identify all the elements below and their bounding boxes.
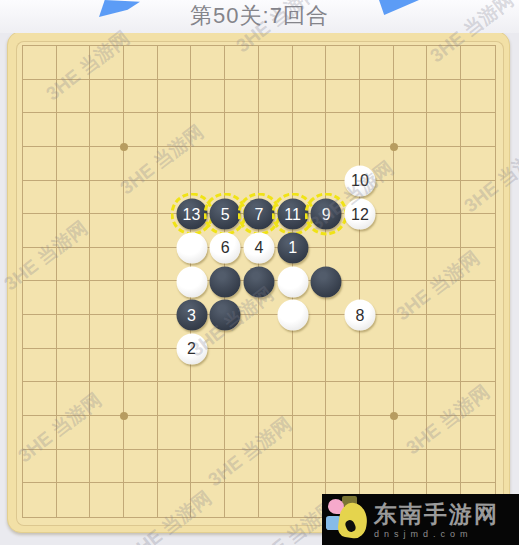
- stone-white: [277, 266, 308, 297]
- board-cell[interactable]: [90, 416, 124, 450]
- board-cell[interactable]: [90, 46, 124, 80]
- stone-black-move-5: 5: [210, 199, 241, 230]
- board-cell[interactable]: [158, 147, 192, 181]
- board-cell[interactable]: [90, 214, 124, 248]
- stone-white: [277, 300, 308, 331]
- board-cell[interactable]: [124, 80, 158, 114]
- board-cell[interactable]: [158, 416, 192, 450]
- board-cell[interactable]: [57, 349, 91, 383]
- board-cell[interactable]: [427, 315, 461, 349]
- board-cell[interactable]: [394, 80, 428, 114]
- board-cell[interactable]: [360, 382, 394, 416]
- board-cell[interactable]: [394, 46, 428, 80]
- board-cell[interactable]: [124, 214, 158, 248]
- board-cell[interactable]: [360, 113, 394, 147]
- board-cell[interactable]: [23, 80, 57, 114]
- board-cell[interactable]: [259, 483, 293, 517]
- board-cell[interactable]: [23, 416, 57, 450]
- board-cell[interactable]: [461, 248, 495, 282]
- board-cell[interactable]: [427, 416, 461, 450]
- board-cell[interactable]: [124, 281, 158, 315]
- stone-white-move-4: 4: [243, 232, 274, 263]
- board-cell[interactable]: [191, 450, 225, 484]
- site-url: dnsjmd.com: [374, 529, 499, 539]
- board-cell[interactable]: [394, 248, 428, 282]
- board-cell[interactable]: [124, 113, 158, 147]
- board-cell[interactable]: [225, 113, 259, 147]
- board-cell[interactable]: [90, 382, 124, 416]
- board-cell[interactable]: [461, 382, 495, 416]
- board-cell[interactable]: [124, 46, 158, 80]
- board-cell[interactable]: [427, 450, 461, 484]
- board-cell[interactable]: [225, 147, 259, 181]
- board-cell[interactable]: [360, 349, 394, 383]
- board-cell[interactable]: [259, 113, 293, 147]
- board-cell[interactable]: [23, 450, 57, 484]
- board-cell[interactable]: [326, 450, 360, 484]
- board-cell[interactable]: [158, 80, 192, 114]
- board-cell[interactable]: [259, 46, 293, 80]
- stone-white: [176, 266, 207, 297]
- board-cell[interactable]: [461, 416, 495, 450]
- board-cell[interactable]: [57, 315, 91, 349]
- board-cell[interactable]: [57, 450, 91, 484]
- board-cell[interactable]: [225, 46, 259, 80]
- board-cell[interactable]: [225, 483, 259, 517]
- board-cell[interactable]: [360, 416, 394, 450]
- stone-black-move-7: 7: [243, 199, 274, 230]
- board-cell[interactable]: [23, 382, 57, 416]
- board-cell[interactable]: [394, 214, 428, 248]
- board-cell[interactable]: [259, 416, 293, 450]
- mascot-icon: [322, 494, 372, 545]
- board-cell[interactable]: [57, 46, 91, 80]
- board-cell[interactable]: [90, 450, 124, 484]
- board-cell[interactable]: [259, 382, 293, 416]
- board-cell[interactable]: [259, 147, 293, 181]
- board-cell[interactable]: [23, 483, 57, 517]
- board-cell[interactable]: [360, 46, 394, 80]
- stone-black-move-3: 3: [176, 300, 207, 331]
- board-cell[interactable]: [461, 181, 495, 215]
- board-cell[interactable]: [90, 80, 124, 114]
- board-cell[interactable]: [259, 450, 293, 484]
- board-cell[interactable]: [225, 450, 259, 484]
- board-cell[interactable]: [23, 349, 57, 383]
- board-cell[interactable]: [158, 382, 192, 416]
- board-cell[interactable]: [394, 416, 428, 450]
- board-cell[interactable]: [57, 214, 91, 248]
- stone-black: [210, 266, 241, 297]
- board-cell[interactable]: [124, 416, 158, 450]
- board-cell[interactable]: [427, 349, 461, 383]
- top-bar: 第50关:7回合: [0, 0, 519, 33]
- stone-white-move-10: 10: [345, 165, 376, 196]
- star-point: [120, 143, 128, 151]
- board-cell[interactable]: [158, 450, 192, 484]
- board-cell[interactable]: [427, 281, 461, 315]
- board-cell[interactable]: [225, 349, 259, 383]
- board-cell[interactable]: [394, 181, 428, 215]
- gomoku-board[interactable]: 10135711912641382: [7, 31, 510, 533]
- star-point: [390, 143, 398, 151]
- board-cell[interactable]: [394, 315, 428, 349]
- board-cell[interactable]: [360, 80, 394, 114]
- board-cell[interactable]: [326, 349, 360, 383]
- board-cell[interactable]: [158, 46, 192, 80]
- board-cell[interactable]: [90, 147, 124, 181]
- board-cell[interactable]: [394, 349, 428, 383]
- board-cell[interactable]: [90, 248, 124, 282]
- stone-black: [311, 266, 342, 297]
- board-cell[interactable]: [427, 214, 461, 248]
- board-cell[interactable]: [225, 416, 259, 450]
- board-cell[interactable]: [57, 281, 91, 315]
- board-cell[interactable]: [23, 147, 57, 181]
- board-cell[interactable]: [326, 382, 360, 416]
- board-cell[interactable]: [124, 248, 158, 282]
- board-cell[interactable]: [23, 214, 57, 248]
- board-cell[interactable]: [191, 483, 225, 517]
- board-cell[interactable]: [427, 181, 461, 215]
- board-cell[interactable]: [23, 281, 57, 315]
- board-cell[interactable]: [293, 349, 327, 383]
- board-cell[interactable]: [57, 382, 91, 416]
- board-cell[interactable]: [461, 46, 495, 80]
- board-cell[interactable]: [57, 483, 91, 517]
- board-cell[interactable]: [57, 181, 91, 215]
- board-cell[interactable]: [427, 113, 461, 147]
- board-cell[interactable]: [191, 147, 225, 181]
- board-cell[interactable]: [326, 80, 360, 114]
- board-cell[interactable]: [90, 113, 124, 147]
- board-cell[interactable]: [90, 483, 124, 517]
- board-cell[interactable]: [124, 315, 158, 349]
- board-cell[interactable]: [293, 416, 327, 450]
- board-cell[interactable]: [158, 483, 192, 517]
- board-cell[interactable]: [293, 80, 327, 114]
- stone-white: [176, 232, 207, 263]
- stone-black-move-13: 13: [176, 199, 207, 230]
- star-point: [120, 412, 128, 420]
- site-logo: 东南手游网 dnsjmd.com: [322, 494, 519, 545]
- board-cell[interactable]: [90, 349, 124, 383]
- board-cell[interactable]: [427, 248, 461, 282]
- board-cell[interactable]: [191, 80, 225, 114]
- stone-white-move-12: 12: [345, 199, 376, 230]
- board-cell[interactable]: [124, 483, 158, 517]
- board-cell[interactable]: [461, 214, 495, 248]
- board-cell[interactable]: [124, 382, 158, 416]
- board-cell[interactable]: [394, 147, 428, 181]
- board-cell[interactable]: [90, 181, 124, 215]
- board-cell[interactable]: [225, 382, 259, 416]
- stone-white-move-2: 2: [176, 333, 207, 364]
- board-cell[interactable]: [293, 450, 327, 484]
- stone-black: [243, 266, 274, 297]
- board-cell[interactable]: [124, 349, 158, 383]
- board-cell[interactable]: [461, 450, 495, 484]
- board-cell[interactable]: [293, 147, 327, 181]
- board-cell[interactable]: [461, 147, 495, 181]
- stone-black-move-9: 9: [311, 199, 342, 230]
- board-cell[interactable]: [57, 80, 91, 114]
- board-cell[interactable]: [191, 113, 225, 147]
- board-cell[interactable]: [461, 80, 495, 114]
- board-cell[interactable]: [57, 416, 91, 450]
- stone-black-move-11: 11: [277, 199, 308, 230]
- board-cell[interactable]: [461, 349, 495, 383]
- board-cell[interactable]: [394, 382, 428, 416]
- board-cell[interactable]: [57, 113, 91, 147]
- board-cell[interactable]: [23, 46, 57, 80]
- board-cell[interactable]: [427, 80, 461, 114]
- board-cell[interactable]: [90, 281, 124, 315]
- board-cell[interactable]: [461, 315, 495, 349]
- board-cell[interactable]: [124, 181, 158, 215]
- stone-black: [210, 300, 241, 331]
- stone-black-move-1: 1: [277, 232, 308, 263]
- board-cell[interactable]: [360, 248, 394, 282]
- board-cell[interactable]: [427, 382, 461, 416]
- board-cell[interactable]: [57, 147, 91, 181]
- board-cell[interactable]: [326, 416, 360, 450]
- board-cell[interactable]: [191, 46, 225, 80]
- board-cell[interactable]: [293, 382, 327, 416]
- board-cell[interactable]: [259, 349, 293, 383]
- board-cell[interactable]: [225, 80, 259, 114]
- stone-white-move-8: 8: [345, 300, 376, 331]
- board-cell[interactable]: [326, 46, 360, 80]
- board-cell[interactable]: [461, 113, 495, 147]
- board-cell[interactable]: [259, 80, 293, 114]
- board-cell[interactable]: [394, 113, 428, 147]
- board-cell[interactable]: [191, 416, 225, 450]
- board-cell[interactable]: [360, 450, 394, 484]
- board-cell[interactable]: [394, 281, 428, 315]
- board-cell[interactable]: [293, 113, 327, 147]
- board-cell[interactable]: [57, 248, 91, 282]
- board-cell[interactable]: [90, 315, 124, 349]
- stone-white-move-6: 6: [210, 232, 241, 263]
- board-cell[interactable]: [23, 315, 57, 349]
- site-name: 东南手游网: [374, 501, 499, 527]
- board-cell[interactable]: [158, 113, 192, 147]
- board-cell[interactable]: [427, 46, 461, 80]
- board-cell[interactable]: [23, 113, 57, 147]
- board-cell[interactable]: [326, 113, 360, 147]
- board-cell[interactable]: [23, 248, 57, 282]
- board-cell[interactable]: [427, 147, 461, 181]
- star-point: [390, 412, 398, 420]
- board-cell[interactable]: [293, 46, 327, 80]
- board-cell[interactable]: [124, 147, 158, 181]
- board-cell[interactable]: [124, 450, 158, 484]
- board-cell[interactable]: [394, 450, 428, 484]
- board-cell[interactable]: [191, 382, 225, 416]
- board-cell[interactable]: [461, 281, 495, 315]
- level-title: 第50关:7回合: [0, 0, 519, 33]
- board-cell[interactable]: [23, 181, 57, 215]
